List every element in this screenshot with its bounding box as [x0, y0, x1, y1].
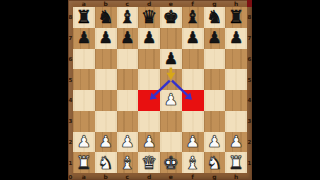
- square-g6[interactable]: [204, 49, 226, 70]
- square-h8[interactable]: ♜: [225, 7, 247, 28]
- rank-labels-right: 87654321: [247, 7, 252, 173]
- coordinate-label: a: [73, 173, 95, 180]
- coordinate-label: h: [225, 173, 247, 180]
- square-e3[interactable]: [160, 111, 182, 132]
- square-d5[interactable]: [138, 69, 160, 90]
- square-g3[interactable]: [204, 111, 226, 132]
- coordinate-label: b: [95, 173, 117, 180]
- square-b4[interactable]: [95, 90, 117, 111]
- piece-black-pawn-b7[interactable]: ♟: [98, 30, 112, 46]
- square-c3[interactable]: [117, 111, 139, 132]
- piece-black-queen-d8[interactable]: ♛: [141, 8, 157, 26]
- square-e6[interactable]: ♟: [160, 49, 182, 70]
- piece-black-bishop-c8[interactable]: ♝: [119, 8, 135, 26]
- square-h3[interactable]: [225, 111, 247, 132]
- square-d2[interactable]: ♟: [138, 132, 160, 153]
- piece-white-pawn-c2[interactable]: ♟: [120, 134, 134, 150]
- coordinate-label: 5: [247, 69, 252, 90]
- square-b5[interactable]: [95, 69, 117, 90]
- piece-black-bishop-f8[interactable]: ♝: [185, 8, 201, 26]
- piece-white-knight-b1[interactable]: ♞: [98, 154, 114, 172]
- chess-board: abcdefgh abcdefgh 87654321 87654321 ♜♞♝♛…: [68, 0, 252, 180]
- square-g8[interactable]: ♞: [204, 7, 226, 28]
- piece-white-bishop-f1[interactable]: ♝: [185, 154, 201, 172]
- square-g1[interactable]: ♞: [204, 152, 226, 173]
- piece-white-pawn-g2[interactable]: ♟: [207, 134, 221, 150]
- piece-white-rook-a1[interactable]: ♜: [76, 154, 92, 172]
- coordinate-label: e: [160, 173, 182, 180]
- square-h2[interactable]: ♟: [225, 132, 247, 153]
- square-e8[interactable]: ♚: [160, 7, 182, 28]
- piece-white-pawn-d2[interactable]: ♟: [142, 134, 156, 150]
- piece-black-rook-h8[interactable]: ♜: [228, 8, 244, 26]
- square-f3[interactable]: [182, 111, 204, 132]
- square-a2[interactable]: ♟: [73, 132, 95, 153]
- square-a6[interactable]: [73, 49, 95, 70]
- square-d6[interactable]: [138, 49, 160, 70]
- piece-white-knight-g1[interactable]: ♞: [206, 154, 222, 172]
- square-a5[interactable]: [73, 69, 95, 90]
- square-c6[interactable]: [117, 49, 139, 70]
- square-c5[interactable]: [117, 69, 139, 90]
- piece-white-bishop-c1[interactable]: ♝: [119, 154, 135, 172]
- square-c7[interactable]: ♟: [117, 28, 139, 49]
- square-b7[interactable]: ♟: [95, 28, 117, 49]
- piece-white-pawn-b2[interactable]: ♟: [98, 134, 112, 150]
- square-a1[interactable]: ♜: [73, 152, 95, 173]
- coordinate-label: 6: [247, 49, 252, 70]
- coordinate-label: f: [182, 173, 204, 180]
- piece-black-knight-b8[interactable]: ♞: [98, 8, 114, 26]
- square-b6[interactable]: [95, 49, 117, 70]
- coordinate-label: g: [204, 173, 226, 180]
- square-d7[interactable]: ♟: [138, 28, 160, 49]
- square-h6[interactable]: [225, 49, 247, 70]
- square-b1[interactable]: ♞: [95, 152, 117, 173]
- square-g2[interactable]: ♟: [204, 132, 226, 153]
- piece-black-pawn-h7[interactable]: ♟: [229, 30, 243, 46]
- square-h7[interactable]: ♟: [225, 28, 247, 49]
- square-g5[interactable]: [204, 69, 226, 90]
- coordinate-label: d: [138, 173, 160, 180]
- square-d3[interactable]: [138, 111, 160, 132]
- square-a8[interactable]: ♜: [73, 7, 95, 28]
- square-f7[interactable]: ♟: [182, 28, 204, 49]
- square-e5[interactable]: [160, 69, 182, 90]
- piece-black-pawn-d7[interactable]: ♟: [142, 30, 156, 46]
- square-f8[interactable]: ♝: [182, 7, 204, 28]
- square-h5[interactable]: [225, 69, 247, 90]
- piece-white-king-e1[interactable]: ♚: [163, 154, 179, 172]
- file-labels-bottom: abcdefgh: [73, 173, 247, 180]
- piece-black-pawn-a7[interactable]: ♟: [77, 30, 91, 46]
- coordinate-label: 3: [247, 111, 252, 132]
- square-c1[interactable]: ♝: [117, 152, 139, 173]
- coordinate-label: 1: [247, 152, 252, 173]
- square-f1[interactable]: ♝: [182, 152, 204, 173]
- piece-black-rook-a8[interactable]: ♜: [76, 8, 92, 26]
- square-a7[interactable]: ♟: [73, 28, 95, 49]
- square-f5[interactable]: [182, 69, 204, 90]
- square-e4[interactable]: ♟: [160, 90, 182, 111]
- piece-white-queen-d1[interactable]: ♛: [141, 154, 157, 172]
- square-f2[interactable]: ♟: [182, 132, 204, 153]
- video-frame: abcdefgh abcdefgh 87654321 87654321 ♜♞♝♛…: [0, 0, 320, 180]
- square-e1[interactable]: ♚: [160, 152, 182, 173]
- square-g4[interactable]: [204, 90, 226, 111]
- square-b8[interactable]: ♞: [95, 7, 117, 28]
- square-f6[interactable]: [182, 49, 204, 70]
- piece-white-pawn-f2[interactable]: ♟: [185, 134, 199, 150]
- piece-white-pawn-a2[interactable]: ♟: [77, 134, 91, 150]
- square-c8[interactable]: ♝: [117, 7, 139, 28]
- coordinate-label: 7: [247, 28, 252, 49]
- square-d1[interactable]: ♛: [138, 152, 160, 173]
- square-d4[interactable]: [138, 90, 160, 111]
- corner-zero-label: 0: [68, 173, 73, 180]
- square-c2[interactable]: ♟: [117, 132, 139, 153]
- piece-black-knight-g8[interactable]: ♞: [206, 8, 222, 26]
- coordinate-label: 8: [247, 7, 252, 28]
- square-g7[interactable]: ♟: [204, 28, 226, 49]
- piece-white-pawn-e4[interactable]: ♟: [164, 92, 178, 108]
- square-d8[interactable]: ♛: [138, 7, 160, 28]
- piece-white-rook-h1[interactable]: ♜: [228, 154, 244, 172]
- piece-black-pawn-e6[interactable]: ♟: [164, 51, 178, 67]
- square-h4[interactable]: [225, 90, 247, 111]
- square-a3[interactable]: [73, 111, 95, 132]
- board-grid: ♜♞♝♛♚♝♞♜♟♟♟♟♟♟♟♟♟♟♟♟♟♟♟♟♜♞♝♛♚♝♞♜: [73, 7, 247, 173]
- square-b2[interactable]: ♟: [95, 132, 117, 153]
- piece-black-pawn-c7[interactable]: ♟: [120, 30, 134, 46]
- piece-white-pawn-h2[interactable]: ♟: [229, 134, 243, 150]
- coordinate-label: c: [117, 173, 139, 180]
- square-c4[interactable]: [117, 90, 139, 111]
- corner-marker: [247, 0, 252, 7]
- piece-black-king-e8[interactable]: ♚: [163, 8, 179, 26]
- coordinate-label: 2: [247, 132, 252, 153]
- coordinate-label: 4: [247, 90, 252, 111]
- square-e2[interactable]: [160, 132, 182, 153]
- square-h1[interactable]: ♜: [225, 152, 247, 173]
- square-e7[interactable]: [160, 28, 182, 49]
- piece-black-pawn-f7[interactable]: ♟: [185, 30, 199, 46]
- square-a4[interactable]: [73, 90, 95, 111]
- square-b3[interactable]: [95, 111, 117, 132]
- square-f4[interactable]: [182, 90, 204, 111]
- piece-black-pawn-g7[interactable]: ♟: [207, 30, 221, 46]
